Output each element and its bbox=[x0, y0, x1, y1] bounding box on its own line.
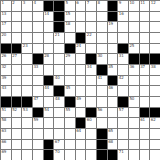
cell-r14-c4 bbox=[44, 150, 54, 160]
cell-r4-c3[interactable] bbox=[33, 44, 43, 54]
cell-r7-c13[interactable] bbox=[140, 76, 150, 86]
cell-r13-c0[interactable]: 66 bbox=[1, 140, 11, 150]
clue-number: 19 bbox=[108, 22, 113, 27]
cell-r12-c3[interactable] bbox=[33, 129, 43, 139]
cell-r13-c13[interactable] bbox=[140, 140, 150, 150]
cell-r1-c10 bbox=[108, 12, 118, 22]
cell-r0-c11[interactable]: 9 bbox=[118, 1, 128, 11]
cell-r11-c1[interactable] bbox=[12, 118, 22, 128]
clue-number: 48 bbox=[55, 97, 60, 102]
cell-r10-c10[interactable] bbox=[108, 108, 118, 118]
clue-number: 2 bbox=[12, 1, 14, 6]
cell-r11-c12[interactable] bbox=[129, 118, 139, 128]
clue-number: 18 bbox=[66, 22, 71, 27]
clue-number: 45 bbox=[66, 86, 71, 91]
clue-number: 24 bbox=[76, 44, 81, 49]
cell-r13-c9 bbox=[97, 140, 107, 150]
cell-r9-c13[interactable] bbox=[140, 97, 150, 107]
cell-r14-c6[interactable] bbox=[65, 150, 75, 160]
cell-r13-c2[interactable] bbox=[22, 140, 32, 150]
cell-r5-c0[interactable]: 26 bbox=[1, 54, 11, 64]
clue-number: 12 bbox=[151, 1, 156, 6]
cell-r4-c12[interactable]: 25 bbox=[129, 44, 139, 54]
cell-r8-c1[interactable] bbox=[12, 86, 22, 96]
cell-r1-c1[interactable] bbox=[12, 12, 22, 22]
cell-r12-c9 bbox=[97, 129, 107, 139]
cell-r12-c5[interactable] bbox=[54, 129, 64, 139]
clue-number: 6 bbox=[76, 1, 78, 6]
cell-r8-c0[interactable]: 43 bbox=[1, 86, 11, 96]
cell-r9-c14[interactable] bbox=[150, 97, 160, 107]
cell-r4-c0 bbox=[1, 44, 11, 54]
cell-r7-c3[interactable] bbox=[33, 76, 43, 86]
cell-r8-c13[interactable] bbox=[140, 86, 150, 96]
cell-r1-c11[interactable]: 16 bbox=[118, 12, 128, 22]
cell-r5-c8 bbox=[86, 54, 96, 64]
cell-r10-c12[interactable] bbox=[129, 108, 139, 118]
cell-r7-c2[interactable] bbox=[22, 76, 32, 86]
clue-number: 67 bbox=[55, 140, 60, 145]
cell-r2-c3[interactable] bbox=[33, 22, 43, 32]
cell-r0-c5 bbox=[54, 1, 64, 11]
clue-number: 15 bbox=[66, 12, 71, 17]
cell-r7-c7[interactable] bbox=[76, 76, 86, 86]
cell-r2-c6[interactable]: 18 bbox=[65, 22, 75, 32]
clue-number: 49 bbox=[76, 97, 81, 102]
cell-r4-c1 bbox=[12, 44, 22, 54]
cell-r5-c14 bbox=[150, 54, 160, 64]
cell-r14-c10 bbox=[108, 150, 118, 160]
cell-r7-c1[interactable] bbox=[12, 76, 22, 86]
cell-r10-c4[interactable]: 54 bbox=[44, 108, 54, 118]
cell-r0-c4 bbox=[44, 1, 54, 11]
cell-r13-c6[interactable] bbox=[65, 140, 75, 150]
cell-r4-c10[interactable] bbox=[108, 44, 118, 54]
clue-number: 28 bbox=[44, 54, 49, 59]
clue-number: 46 bbox=[108, 86, 113, 91]
cell-r8-c7[interactable] bbox=[76, 86, 86, 96]
cell-r13-c3[interactable] bbox=[33, 140, 43, 150]
clue-number: 39 bbox=[2, 76, 7, 81]
cell-r12-c2[interactable] bbox=[22, 129, 32, 139]
cell-r5-c11[interactable]: 31 bbox=[118, 54, 128, 64]
clue-number: 43 bbox=[2, 86, 7, 91]
cell-r6-c0[interactable]: 32 bbox=[1, 65, 11, 75]
cell-r1-c8[interactable] bbox=[86, 12, 96, 22]
cell-r3-c13[interactable] bbox=[140, 33, 150, 43]
cell-r11-c4[interactable] bbox=[44, 118, 54, 128]
cell-r14-c8[interactable] bbox=[86, 150, 96, 160]
cell-r11-c11[interactable] bbox=[118, 118, 128, 128]
cell-r11-c10[interactable] bbox=[108, 118, 118, 128]
cell-r9-c4[interactable] bbox=[44, 97, 54, 107]
cell-r1-c2[interactable] bbox=[22, 12, 32, 22]
cell-r3-c14[interactable] bbox=[150, 33, 160, 43]
cell-r3-c3[interactable] bbox=[33, 33, 43, 43]
cell-r14-c5[interactable]: 70 bbox=[54, 150, 64, 160]
cell-r12-c14[interactable] bbox=[150, 129, 160, 139]
cell-r13-c8[interactable] bbox=[86, 140, 96, 150]
cell-r10-c0[interactable]: 51 bbox=[1, 108, 11, 118]
cell-r6-c12[interactable]: 36 bbox=[129, 65, 139, 75]
cell-r12-c7[interactable]: 64 bbox=[76, 129, 86, 139]
cell-r8-c3[interactable] bbox=[33, 86, 43, 96]
clue-number: 35 bbox=[108, 65, 113, 70]
clue-number: 63 bbox=[2, 129, 7, 134]
cell-r2-c0[interactable]: 17 bbox=[1, 22, 11, 32]
clue-number: 23 bbox=[23, 44, 28, 49]
cell-r1-c4[interactable]: 14 bbox=[44, 12, 54, 22]
clue-number: 31 bbox=[119, 54, 124, 59]
cell-r0-c12[interactable]: 10 bbox=[129, 1, 139, 11]
cell-r11-c14[interactable]: 62 bbox=[150, 118, 160, 128]
clue-number: 42 bbox=[119, 76, 124, 81]
cell-r0-c13[interactable]: 11 bbox=[140, 1, 150, 11]
cell-r2-c10[interactable]: 19 bbox=[108, 22, 118, 32]
cell-r0-c10 bbox=[108, 1, 118, 11]
cell-r8-c14[interactable] bbox=[150, 86, 160, 96]
clue-number: 27 bbox=[12, 54, 17, 59]
cell-r8-c12[interactable] bbox=[129, 86, 139, 96]
cell-r12-c1[interactable] bbox=[12, 129, 22, 139]
cell-r3-c9[interactable] bbox=[97, 33, 107, 43]
cell-r5-c1[interactable]: 27 bbox=[12, 54, 22, 64]
cell-r9-c0 bbox=[1, 97, 11, 107]
clue-number: 51 bbox=[2, 108, 7, 113]
cell-r10-c9[interactable]: 56 bbox=[97, 108, 107, 118]
cell-r13-c11[interactable] bbox=[118, 140, 128, 150]
clue-number: 68 bbox=[108, 140, 113, 145]
cell-r4-c7[interactable]: 24 bbox=[76, 44, 86, 54]
cell-r2-c7[interactable] bbox=[76, 22, 86, 32]
cell-r11-c5[interactable] bbox=[54, 118, 64, 128]
cell-r3-c12[interactable] bbox=[129, 33, 139, 43]
cell-r3-c1[interactable] bbox=[12, 33, 22, 43]
cell-r5-c12 bbox=[129, 54, 139, 64]
cell-r0-c7[interactable]: 6 bbox=[76, 1, 86, 11]
clue-number: 26 bbox=[2, 54, 7, 59]
clue-number: 58 bbox=[2, 118, 7, 123]
cell-r6-c2[interactable] bbox=[22, 65, 32, 75]
cell-r0-c2[interactable]: 3 bbox=[22, 1, 32, 11]
cell-r7-c8[interactable] bbox=[86, 76, 96, 86]
clue-number: 29 bbox=[66, 54, 71, 59]
cell-r9-c6 bbox=[65, 97, 75, 107]
clue-number: 3 bbox=[23, 1, 25, 6]
clue-number: 53 bbox=[23, 108, 28, 113]
cell-r5-c9[interactable]: 30 bbox=[97, 54, 107, 64]
cell-r5-c7[interactable] bbox=[76, 54, 86, 64]
cell-r6-c13[interactable]: 37 bbox=[140, 65, 150, 75]
clue-number: 30 bbox=[98, 54, 103, 59]
cell-r11-c3[interactable]: 59 bbox=[33, 118, 43, 128]
cell-r9-c7[interactable]: 49 bbox=[76, 97, 86, 107]
cell-r4-c2[interactable]: 23 bbox=[22, 44, 32, 54]
cell-r5-c13 bbox=[140, 54, 150, 64]
clue-number: 17 bbox=[2, 22, 7, 27]
cell-r4-c14[interactable] bbox=[150, 44, 160, 54]
cell-r1-c7[interactable] bbox=[76, 12, 86, 22]
cell-r2-c4[interactable] bbox=[44, 22, 54, 32]
cell-r10-c7[interactable] bbox=[76, 108, 86, 118]
cell-r3-c5[interactable]: 21 bbox=[54, 33, 64, 43]
cell-r14-c7[interactable] bbox=[76, 150, 86, 160]
clue-number: 57 bbox=[119, 108, 124, 113]
cell-r12-c13[interactable] bbox=[140, 129, 150, 139]
cell-r12-c8[interactable] bbox=[86, 129, 96, 139]
cell-r11-c0[interactable]: 58 bbox=[1, 118, 11, 128]
cell-r11-c13[interactable]: 61 bbox=[140, 118, 150, 128]
cell-r13-c7[interactable] bbox=[76, 140, 86, 150]
clue-number: 65 bbox=[108, 129, 113, 134]
cell-r3-c11[interactable] bbox=[118, 33, 128, 43]
cell-r14-c9 bbox=[97, 150, 107, 160]
cell-r5-c10[interactable] bbox=[108, 54, 118, 64]
clue-number: 5 bbox=[66, 1, 68, 6]
cell-r5-c3 bbox=[33, 54, 43, 64]
cell-r2-c2[interactable] bbox=[22, 22, 32, 32]
cell-r13-c12[interactable] bbox=[129, 140, 139, 150]
clue-number: 8 bbox=[98, 1, 100, 6]
crossword-grid: 1234567891011121314151617181920212223242… bbox=[0, 0, 160, 160]
clue-number: 71 bbox=[119, 150, 124, 155]
cell-r6-c1[interactable] bbox=[12, 65, 22, 75]
cell-r6-c3[interactable]: 33 bbox=[33, 65, 43, 75]
cell-r10-c3 bbox=[33, 108, 43, 118]
cell-r3-c2[interactable] bbox=[22, 33, 32, 43]
clue-number: 59 bbox=[34, 118, 39, 123]
clue-number: 55 bbox=[66, 108, 71, 113]
cell-r0-c9[interactable]: 8 bbox=[97, 1, 107, 11]
cell-r4-c5[interactable] bbox=[54, 44, 64, 54]
cell-r0-c0[interactable]: 1 bbox=[1, 1, 11, 11]
cell-r1-c12[interactable] bbox=[129, 12, 139, 22]
clue-number: 14 bbox=[44, 12, 49, 17]
cell-r1-c0[interactable]: 13 bbox=[1, 12, 11, 22]
cell-r10-c13 bbox=[140, 108, 150, 118]
cell-r10-c11[interactable]: 57 bbox=[118, 108, 128, 118]
cell-r14-c12[interactable] bbox=[129, 150, 139, 160]
cell-r10-c5[interactable] bbox=[54, 108, 64, 118]
cell-r9-c1 bbox=[12, 97, 22, 107]
cell-r13-c10[interactable]: 68 bbox=[108, 140, 118, 150]
clue-number: 60 bbox=[87, 118, 92, 123]
cell-r0-c8[interactable]: 7 bbox=[86, 1, 96, 11]
cell-r8-c11[interactable] bbox=[118, 86, 128, 96]
cell-r1-c5 bbox=[54, 12, 64, 22]
cell-r3-c6[interactable] bbox=[65, 33, 75, 43]
clue-number: 54 bbox=[44, 108, 49, 113]
clue-number: 47 bbox=[34, 97, 39, 102]
cell-r1-c3[interactable] bbox=[33, 12, 43, 22]
cell-r3-c8[interactable]: 22 bbox=[86, 33, 96, 43]
cell-r2-c13[interactable] bbox=[140, 22, 150, 32]
cell-r6-c14[interactable]: 38 bbox=[150, 65, 160, 75]
cell-r8-c5 bbox=[54, 86, 64, 96]
cell-r3-c7 bbox=[76, 33, 86, 43]
cell-r12-c0[interactable]: 63 bbox=[1, 129, 11, 139]
clue-number: 13 bbox=[2, 12, 7, 17]
clue-number: 61 bbox=[140, 118, 145, 123]
clue-number: 25 bbox=[130, 44, 135, 49]
cell-r4-c13[interactable] bbox=[140, 44, 150, 54]
cell-r11-c7 bbox=[76, 118, 86, 128]
cell-r11-c8[interactable]: 60 bbox=[86, 118, 96, 128]
cell-r7-c9[interactable]: 41 bbox=[97, 76, 107, 86]
cell-r10-c1[interactable]: 52 bbox=[12, 108, 22, 118]
cell-r7-c11[interactable]: 42 bbox=[118, 76, 128, 86]
clue-number: 40 bbox=[55, 76, 60, 81]
cell-r4-c9[interactable] bbox=[97, 44, 107, 54]
cell-r14-c0[interactable]: 69 bbox=[1, 150, 11, 160]
cell-r6-c11[interactable] bbox=[118, 65, 128, 75]
cell-r6-c10[interactable]: 35 bbox=[108, 65, 118, 75]
cell-r12-c10[interactable]: 65 bbox=[108, 129, 118, 139]
clue-number: 32 bbox=[2, 65, 7, 70]
cell-r9-c2 bbox=[22, 97, 32, 107]
cell-r12-c6[interactable] bbox=[65, 129, 75, 139]
cell-r14-c3[interactable] bbox=[33, 150, 43, 160]
clue-number: 64 bbox=[76, 129, 81, 134]
cell-r6-c8[interactable]: 34 bbox=[86, 65, 96, 75]
clue-number: 21 bbox=[55, 33, 60, 38]
cell-r1-c6[interactable]: 15 bbox=[65, 12, 75, 22]
cell-r14-c14[interactable] bbox=[150, 150, 160, 160]
cell-r7-c0[interactable]: 39 bbox=[1, 76, 11, 86]
clue-number: 56 bbox=[98, 108, 103, 113]
clue-number: 9 bbox=[119, 1, 121, 6]
cell-r6-c6[interactable] bbox=[65, 65, 75, 75]
cell-r0-c6[interactable]: 5 bbox=[65, 1, 75, 11]
cell-r9-c3[interactable]: 47 bbox=[33, 97, 43, 107]
clue-number: 52 bbox=[12, 108, 17, 113]
cell-r13-c4 bbox=[44, 140, 54, 150]
cell-r10-c14 bbox=[150, 108, 160, 118]
clue-number: 69 bbox=[2, 150, 7, 155]
cell-r7-c5[interactable]: 40 bbox=[54, 76, 64, 86]
cell-r14-c1[interactable] bbox=[12, 150, 22, 160]
cell-r10-c2[interactable]: 53 bbox=[22, 108, 32, 118]
cell-r6-c5[interactable] bbox=[54, 65, 64, 75]
cell-r3-c0[interactable]: 20 bbox=[1, 33, 11, 43]
cell-r5-c5[interactable] bbox=[54, 54, 64, 64]
cell-r14-c13[interactable] bbox=[140, 150, 150, 160]
cell-r3-c10[interactable] bbox=[108, 33, 118, 43]
cell-r13-c1[interactable] bbox=[12, 140, 22, 150]
cell-r1-c14[interactable] bbox=[150, 12, 160, 22]
clue-number: 16 bbox=[119, 12, 124, 17]
cell-r0-c14[interactable]: 12 bbox=[150, 1, 160, 11]
clue-number: 66 bbox=[2, 140, 7, 145]
cell-r0-c3[interactable]: 4 bbox=[33, 1, 43, 11]
cell-r1-c9[interactable] bbox=[97, 12, 107, 22]
cell-r7-c14[interactable] bbox=[150, 76, 160, 86]
clue-number: 4 bbox=[34, 1, 36, 6]
cell-r8-c10[interactable]: 46 bbox=[108, 86, 118, 96]
clue-number: 11 bbox=[140, 1, 145, 6]
cell-r12-c4[interactable] bbox=[44, 129, 54, 139]
cell-r7-c4 bbox=[44, 76, 54, 86]
cell-r12-c12[interactable] bbox=[129, 129, 139, 139]
cell-r6-c7[interactable] bbox=[76, 65, 86, 75]
clue-number: 44 bbox=[44, 86, 49, 91]
cell-r10-c6[interactable]: 55 bbox=[65, 108, 75, 118]
cell-r7-c12[interactable] bbox=[129, 76, 139, 86]
cell-r9-c12[interactable]: 50 bbox=[129, 97, 139, 107]
clue-number: 50 bbox=[130, 97, 135, 102]
cell-r10-c8 bbox=[86, 108, 96, 118]
cell-r2-c1[interactable] bbox=[12, 22, 22, 32]
cell-r4-c11 bbox=[118, 44, 128, 54]
cell-r5-c4[interactable]: 28 bbox=[44, 54, 54, 64]
cell-r2-c12[interactable] bbox=[129, 22, 139, 32]
cell-r2-c14[interactable] bbox=[150, 22, 160, 32]
cell-r2-c8[interactable] bbox=[86, 22, 96, 32]
cell-r6-c4[interactable] bbox=[44, 65, 54, 75]
clue-number: 20 bbox=[2, 33, 7, 38]
cell-r8-c2[interactable] bbox=[22, 86, 32, 96]
clue-number: 1 bbox=[2, 1, 4, 6]
cell-r13-c14[interactable] bbox=[150, 140, 160, 150]
cell-r14-c2[interactable] bbox=[22, 150, 32, 160]
clue-number: 70 bbox=[55, 150, 60, 155]
cell-r2-c5 bbox=[54, 22, 64, 32]
cell-r2-c11[interactable] bbox=[118, 22, 128, 32]
cell-r8-c9[interactable] bbox=[97, 86, 107, 96]
cell-r8-c8[interactable] bbox=[86, 86, 96, 96]
clue-number: 62 bbox=[151, 118, 156, 123]
cell-r8-c6[interactable]: 45 bbox=[65, 86, 75, 96]
cell-r9-c9[interactable] bbox=[97, 97, 107, 107]
cell-r11-c2[interactable] bbox=[22, 118, 32, 128]
cell-r4-c4[interactable] bbox=[44, 44, 54, 54]
cell-r0-c1[interactable]: 2 bbox=[12, 1, 22, 11]
cell-r4-c8[interactable] bbox=[86, 44, 96, 54]
clue-number: 22 bbox=[87, 33, 92, 38]
clue-number: 33 bbox=[34, 65, 39, 70]
clue-number: 10 bbox=[130, 1, 135, 6]
cell-r6-c9 bbox=[97, 65, 107, 75]
cell-r9-c5[interactable]: 48 bbox=[54, 97, 64, 107]
cell-r9-c8[interactable] bbox=[86, 97, 96, 107]
cell-r2-c9[interactable] bbox=[97, 22, 107, 32]
clue-number: 41 bbox=[98, 76, 103, 81]
cell-r9-c11 bbox=[118, 97, 128, 107]
cell-r11-c9[interactable] bbox=[97, 118, 107, 128]
cell-r7-c6[interactable] bbox=[65, 76, 75, 86]
clue-number: 38 bbox=[151, 65, 156, 70]
cell-r11-c6[interactable] bbox=[65, 118, 75, 128]
cell-r13-c5[interactable]: 67 bbox=[54, 140, 64, 150]
cell-r9-c10[interactable] bbox=[108, 97, 118, 107]
cell-r12-c11[interactable] bbox=[118, 129, 128, 139]
cell-r4-c6 bbox=[65, 44, 75, 54]
cell-r14-c11[interactable]: 71 bbox=[118, 150, 128, 160]
cell-r8-c4[interactable]: 44 bbox=[44, 86, 54, 96]
cell-r5-c6[interactable]: 29 bbox=[65, 54, 75, 64]
clue-number: 37 bbox=[140, 65, 145, 70]
cell-r5-c2[interactable] bbox=[22, 54, 32, 64]
cell-r7-c10 bbox=[108, 76, 118, 86]
clue-number: 7 bbox=[87, 1, 89, 6]
clue-number: 36 bbox=[130, 65, 135, 70]
cell-r3-c4[interactable] bbox=[44, 33, 54, 43]
clue-number: 34 bbox=[87, 65, 92, 70]
cell-r1-c13[interactable] bbox=[140, 12, 150, 22]
